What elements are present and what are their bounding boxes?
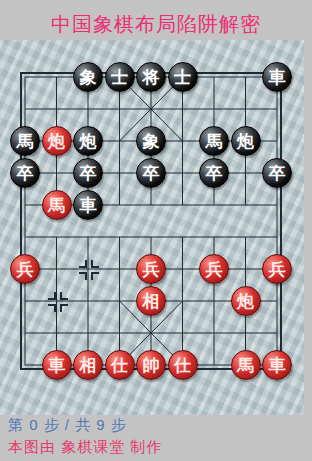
point-marker [47, 291, 67, 311]
step-counter: 第 0 步 / 共 9 步 [8, 416, 127, 435]
piece-black-卒[interactable]: 卒 [73, 158, 103, 188]
point-marker [78, 259, 98, 279]
piece-red-炮[interactable]: 炮 [231, 286, 261, 316]
piece-red-車[interactable]: 車 [262, 350, 292, 380]
piece-red-相[interactable]: 相 [136, 286, 166, 316]
piece-black-卒[interactable]: 卒 [262, 158, 292, 188]
xiangqi-board: 象士将士車馬炮炮象馬炮卒卒卒卒卒馬車兵兵兵兵相炮車相仕帥仕馬車 [0, 40, 304, 415]
pieces-grid: 象士将士車馬炮炮象馬炮卒卒卒卒卒馬車兵兵兵兵相炮車相仕帥仕馬車 [9, 61, 293, 381]
piece-black-炮[interactable]: 炮 [231, 126, 261, 156]
piece-red-炮[interactable]: 炮 [42, 126, 72, 156]
piece-red-仕[interactable]: 仕 [105, 350, 135, 380]
piece-black-象[interactable]: 象 [73, 62, 103, 92]
credit-line: 本图由 象棋课堂 制作 [8, 438, 162, 457]
piece-black-将[interactable]: 将 [136, 62, 166, 92]
piece-black-卒[interactable]: 卒 [136, 158, 166, 188]
piece-black-車[interactable]: 車 [262, 62, 292, 92]
piece-red-仕[interactable]: 仕 [168, 350, 198, 380]
piece-black-卒[interactable]: 卒 [199, 158, 229, 188]
piece-red-帥[interactable]: 帥 [136, 350, 166, 380]
piece-red-兵[interactable]: 兵 [199, 254, 229, 284]
app-window: 中国象棋布局陷阱解密 象士将士車馬炮炮象馬炮卒卒卒卒卒馬車兵兵兵兵相炮車相仕帥仕… [0, 0, 312, 461]
piece-black-士[interactable]: 士 [105, 62, 135, 92]
piece-red-相[interactable]: 相 [73, 350, 103, 380]
piece-black-馬[interactable]: 馬 [10, 126, 40, 156]
piece-black-卒[interactable]: 卒 [10, 158, 40, 188]
piece-black-士[interactable]: 士 [168, 62, 198, 92]
piece-black-象[interactable]: 象 [136, 126, 166, 156]
piece-red-馬[interactable]: 馬 [42, 190, 72, 220]
piece-red-兵[interactable]: 兵 [136, 254, 166, 284]
piece-red-兵[interactable]: 兵 [10, 254, 40, 284]
piece-black-炮[interactable]: 炮 [73, 126, 103, 156]
page-title: 中国象棋布局陷阱解密 [0, 11, 312, 38]
piece-red-馬[interactable]: 馬 [231, 350, 261, 380]
piece-black-馬[interactable]: 馬 [199, 126, 229, 156]
piece-black-車[interactable]: 車 [73, 190, 103, 220]
piece-red-車[interactable]: 車 [42, 350, 72, 380]
piece-red-兵[interactable]: 兵 [262, 254, 292, 284]
